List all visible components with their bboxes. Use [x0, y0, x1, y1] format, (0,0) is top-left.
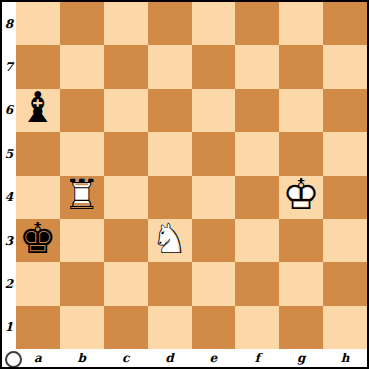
square-f3[interactable] — [235, 219, 279, 262]
square-g1[interactable] — [279, 306, 323, 349]
square-b7[interactable] — [60, 45, 104, 88]
square-h5[interactable] — [323, 132, 367, 175]
square-b8[interactable] — [60, 2, 104, 45]
square-g3[interactable] — [279, 219, 323, 262]
square-d1[interactable] — [148, 306, 192, 349]
rank-label-2: 2 — [2, 262, 16, 305]
square-c6[interactable] — [104, 89, 148, 132]
square-d7[interactable] — [148, 45, 192, 88]
square-a7[interactable] — [16, 45, 60, 88]
rank-label-1: 1 — [2, 306, 16, 349]
square-a2[interactable] — [16, 262, 60, 305]
square-h6[interactable] — [323, 89, 367, 132]
file-label-a: a — [16, 349, 60, 367]
square-f5[interactable] — [235, 132, 279, 175]
rank-label-6: 6 — [2, 89, 16, 132]
square-b1[interactable] — [60, 306, 104, 349]
file-label-e: e — [192, 349, 236, 367]
black-bishop-a6[interactable]: ♝ — [16, 89, 60, 132]
square-f7[interactable] — [235, 45, 279, 88]
square-a4[interactable] — [16, 176, 60, 219]
square-c2[interactable] — [104, 262, 148, 305]
square-e3[interactable] — [192, 219, 236, 262]
king-icon: ♚ — [16, 218, 60, 260]
file-label-b: b — [60, 349, 104, 367]
square-e4[interactable] — [192, 176, 236, 219]
file-label-d: d — [148, 349, 192, 367]
square-d6[interactable] — [148, 89, 192, 132]
square-g4[interactable]: ♚♔ — [279, 176, 323, 219]
square-f2[interactable] — [235, 262, 279, 305]
file-label-c: c — [104, 349, 148, 367]
white-to-move-indicator — [5, 351, 22, 368]
square-f6[interactable] — [235, 89, 279, 132]
square-e2[interactable] — [192, 262, 236, 305]
square-e5[interactable] — [192, 132, 236, 175]
square-g8[interactable] — [279, 2, 323, 45]
square-e8[interactable] — [192, 2, 236, 45]
square-d5[interactable] — [148, 132, 192, 175]
square-d8[interactable] — [148, 2, 192, 45]
square-b3[interactable] — [60, 219, 104, 262]
square-b4[interactable]: ♜♖ — [60, 176, 104, 219]
square-e1[interactable] — [192, 306, 236, 349]
square-h2[interactable] — [323, 262, 367, 305]
square-h7[interactable] — [323, 45, 367, 88]
file-label-f: f — [235, 349, 279, 367]
square-e7[interactable] — [192, 45, 236, 88]
chess-board[interactable]: ♝♜♖♚♔♚♞♘ — [16, 2, 367, 349]
rank-label-5: 5 — [2, 132, 16, 175]
king-icon: ♔ — [279, 175, 323, 217]
white-knight-d3[interactable]: ♞♘ — [148, 219, 192, 262]
file-labels: abcdefgh — [16, 349, 367, 367]
square-h3[interactable] — [323, 219, 367, 262]
square-g6[interactable] — [279, 89, 323, 132]
file-label-h: h — [323, 349, 367, 367]
square-h1[interactable] — [323, 306, 367, 349]
square-d4[interactable] — [148, 176, 192, 219]
square-f1[interactable] — [235, 306, 279, 349]
square-c4[interactable] — [104, 176, 148, 219]
square-b6[interactable] — [60, 89, 104, 132]
square-g2[interactable] — [279, 262, 323, 305]
square-a6[interactable]: ♝ — [16, 89, 60, 132]
square-b5[interactable] — [60, 132, 104, 175]
square-f4[interactable] — [235, 176, 279, 219]
square-e6[interactable] — [192, 89, 236, 132]
square-h4[interactable] — [323, 176, 367, 219]
square-b2[interactable] — [60, 262, 104, 305]
rank-labels: 87654321 — [2, 2, 16, 349]
square-g5[interactable] — [279, 132, 323, 175]
rook-icon: ♖ — [60, 175, 104, 217]
square-f8[interactable] — [235, 2, 279, 45]
square-a8[interactable] — [16, 2, 60, 45]
bishop-icon: ♝ — [16, 88, 60, 130]
square-h8[interactable] — [323, 2, 367, 45]
square-a5[interactable] — [16, 132, 60, 175]
rank-label-7: 7 — [2, 45, 16, 88]
square-c3[interactable] — [104, 219, 148, 262]
square-c8[interactable] — [104, 2, 148, 45]
white-rook-b4[interactable]: ♜♖ — [60, 176, 104, 219]
knight-icon: ♘ — [148, 218, 192, 260]
square-c1[interactable] — [104, 306, 148, 349]
rank-label-4: 4 — [2, 176, 16, 219]
square-d3[interactable]: ♞♘ — [148, 219, 192, 262]
square-a1[interactable] — [16, 306, 60, 349]
white-king-g4[interactable]: ♚♔ — [279, 176, 323, 219]
rank-label-8: 8 — [2, 2, 16, 45]
square-c7[interactable] — [104, 45, 148, 88]
rank-label-3: 3 — [2, 219, 16, 262]
square-c5[interactable] — [104, 132, 148, 175]
black-king-a3[interactable]: ♚ — [16, 219, 60, 262]
square-a3[interactable]: ♚ — [16, 219, 60, 262]
chess-diagram: 87654321 ♝♜♖♚♔♚♞♘ abcdefgh — [0, 0, 369, 369]
square-g7[interactable] — [279, 45, 323, 88]
file-label-g: g — [279, 349, 323, 367]
square-d2[interactable] — [148, 262, 192, 305]
